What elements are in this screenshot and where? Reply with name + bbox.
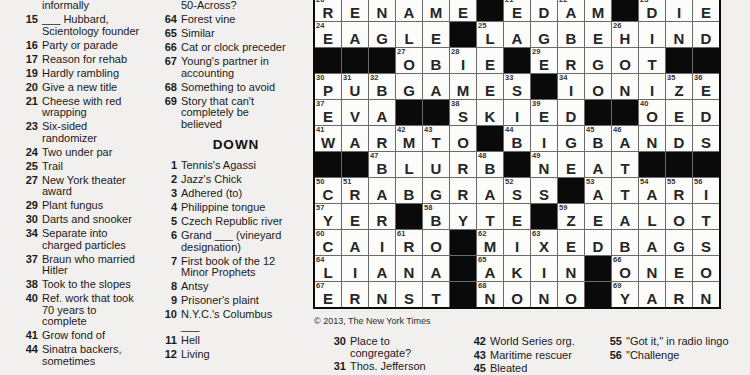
cell-letter: E: [666, 109, 692, 124]
grid-cell[interactable]: R: [666, 282, 692, 307]
grid-cell[interactable]: E: [342, 204, 368, 229]
grid-cell[interactable]: 61R: [396, 230, 422, 255]
cell-letter: I: [450, 57, 476, 72]
grid-cell[interactable]: E: [558, 230, 584, 255]
cell-letter: D: [693, 31, 719, 46]
cell-letter: T: [423, 135, 449, 150]
grid-cell[interactable]: A: [369, 256, 395, 281]
grid-cell[interactable]: 64L: [315, 256, 341, 281]
clue-number: 34: [20, 228, 42, 251]
cell-number: 39: [532, 100, 540, 108]
grid-cell[interactable]: 53A: [585, 178, 611, 203]
cell-letter: R: [666, 291, 692, 306]
clue-text: Czech Republic river: [181, 216, 291, 228]
grid-cell[interactable]: 20R: [315, 0, 341, 21]
grid-cell[interactable]: M: [450, 74, 476, 99]
grid-cell[interactable]: G: [531, 22, 557, 47]
clue-text: Two under par: [42, 147, 142, 159]
grid-cell[interactable]: 33S: [504, 74, 530, 99]
cell-number: 37: [316, 100, 324, 108]
cell-letter: I: [504, 239, 530, 254]
clue-item: 38Took to the slopes: [20, 279, 152, 291]
grid-cell[interactable]: B: [396, 178, 422, 203]
clue-number: 37: [20, 254, 42, 277]
cell-letter: K: [504, 265, 530, 280]
grid-cell[interactable]: E: [504, 204, 530, 229]
grid-cell[interactable]: R: [450, 178, 476, 203]
grid-cell[interactable]: 36E: [693, 74, 719, 99]
grid-cell[interactable]: E: [342, 0, 368, 21]
cell-number: 28: [451, 48, 459, 56]
cell-letter: E: [531, 57, 557, 72]
black-cell: [639, 152, 665, 177]
grid-cell[interactable]: 60C: [315, 230, 341, 255]
clue-item: 31Thos. Jefferson: [328, 361, 442, 373]
clue-number: [20, 0, 42, 12]
clue-item: 24Two under par: [20, 147, 152, 159]
cell-number: 61: [397, 230, 405, 238]
grid-cell[interactable]: G: [666, 230, 692, 255]
cell-letter: E: [477, 57, 503, 72]
cell-number: 25: [478, 22, 486, 30]
clue-text: Cheese with red wrapping: [42, 96, 142, 119]
grid-cell[interactable]: 50C: [315, 178, 341, 203]
grid-cell[interactable]: L: [639, 204, 665, 229]
grid-cell[interactable]: K: [477, 100, 503, 125]
grid-cell[interactable]: G: [369, 22, 395, 47]
grid-cell[interactable]: 65A: [477, 256, 503, 281]
clue-text: Took to the slopes: [42, 279, 142, 291]
black-cell: [504, 152, 530, 177]
crossword-page: informally15___ Hubbard, Scientology fou…: [0, 0, 750, 375]
grid-cell[interactable]: O: [585, 74, 611, 99]
grid-cell[interactable]: E: [585, 204, 611, 229]
clue-number: 30: [328, 336, 350, 359]
grid-cell[interactable]: I: [639, 22, 665, 47]
grid-cell[interactable]: I: [666, 0, 692, 21]
cell-letter: M: [423, 5, 449, 20]
grid-cell[interactable]: A: [423, 256, 449, 281]
grid-cell[interactable]: 42M: [396, 126, 422, 151]
black-cell: [585, 282, 611, 307]
grid-cell[interactable]: I: [342, 256, 368, 281]
cell-number: 34: [559, 74, 567, 82]
grid-cell[interactable]: A: [369, 178, 395, 203]
cell-letter: E: [693, 5, 719, 20]
cell-number: 33: [505, 74, 513, 82]
grid-cell[interactable]: 54A: [639, 178, 665, 203]
grid-cell[interactable]: Y: [450, 204, 476, 229]
clue-item: 55"Got it," in radio lingo: [604, 336, 732, 348]
cell-letter: A: [639, 239, 665, 254]
cell-number: 35: [667, 74, 675, 82]
clue-text: Thos. Jefferson: [350, 361, 442, 373]
grid-cell[interactable]: A: [369, 100, 395, 125]
clue-item: 30Place to congregate?: [328, 336, 442, 359]
grid-cell[interactable]: U: [423, 152, 449, 177]
clue-item: 45Bleated: [468, 363, 592, 375]
grid-cell[interactable]: 37E: [315, 100, 341, 125]
cell-letter: N: [531, 161, 557, 176]
bottom-clues-column-2: 42World Series org.43Maritime rescuer45B…: [468, 336, 592, 375]
grid-cell[interactable]: 58B: [423, 204, 449, 229]
clue-text: Story that can't completely be believed: [181, 96, 291, 131]
cell-letter: R: [342, 187, 368, 202]
grid-cell[interactable]: O: [504, 282, 530, 307]
clue-number: 66: [157, 42, 181, 54]
grid-cell[interactable]: V: [342, 100, 368, 125]
cell-number: 51: [343, 178, 351, 186]
cell-letter: Y: [612, 291, 638, 306]
grid-cell[interactable]: D: [693, 100, 719, 125]
grid-cell[interactable]: 21E: [504, 0, 530, 21]
cell-letter: A: [369, 187, 395, 202]
cell-letter: M: [396, 135, 422, 150]
grid-cell[interactable]: 39E: [531, 100, 557, 125]
grid-cell[interactable]: D: [585, 230, 611, 255]
grid-cell[interactable]: G: [396, 74, 422, 99]
grid-cell[interactable]: A: [504, 22, 530, 47]
grid-cell[interactable]: S: [531, 178, 557, 203]
grid-cell[interactable]: N: [369, 282, 395, 307]
grid-cell[interactable]: 32B: [369, 74, 395, 99]
grid-cell[interactable]: A: [342, 230, 368, 255]
clue-number: 29: [20, 200, 42, 212]
cell-letter: A: [612, 135, 638, 150]
grid-cell[interactable]: 55R: [666, 178, 692, 203]
grid-cell[interactable]: 51R: [342, 178, 368, 203]
clue-item: 69Story that can't completely be believe…: [157, 96, 297, 131]
grid-cell[interactable]: A: [342, 22, 368, 47]
grid-cell[interactable]: N: [369, 0, 395, 21]
grid-cell[interactable]: 62M: [477, 230, 503, 255]
cell-number: 36: [694, 74, 702, 82]
grid-cell[interactable]: 49N: [531, 152, 557, 177]
grid-cell[interactable]: D: [693, 22, 719, 47]
cell-letter: L: [396, 161, 422, 176]
cell-number: 57: [316, 204, 324, 212]
cell-letter: I: [666, 5, 692, 20]
cell-letter: A: [477, 265, 503, 280]
clue-number: 55: [604, 336, 626, 348]
black-cell: [450, 282, 476, 307]
clue-number: 11: [157, 335, 181, 347]
cell-letter: Y: [450, 213, 476, 228]
grid-cell[interactable]: S: [693, 126, 719, 151]
grid-cell[interactable]: E: [666, 100, 692, 125]
clue-item: 67Young's partner in accounting: [157, 56, 297, 79]
grid-cell[interactable]: S: [396, 282, 422, 307]
clue-text: Antsy: [181, 281, 291, 293]
clue-number: 38: [20, 279, 42, 291]
cell-letter: D: [558, 109, 584, 124]
clue-number: 7: [157, 256, 181, 279]
clue-number: 15: [20, 14, 42, 37]
grid-cell[interactable]: 26H: [612, 22, 638, 47]
grid-cell[interactable]: I: [504, 230, 530, 255]
clue-text: Young's partner in accounting: [181, 56, 291, 79]
grid-cell[interactable]: B: [612, 230, 638, 255]
clue-item: 4Philippine tongue: [157, 202, 297, 214]
clue-text: Forest vine: [181, 14, 291, 26]
clue-number: 68: [157, 82, 181, 94]
grid-cell[interactable]: 25L: [477, 22, 503, 47]
grid-cell[interactable]: I: [504, 100, 530, 125]
grid-cell[interactable]: 24E: [315, 22, 341, 47]
grid-cell[interactable]: 35Z: [666, 74, 692, 99]
grid-cell[interactable]: T: [639, 48, 665, 73]
grid-cell[interactable]: 69Y: [612, 282, 638, 307]
grid-cell[interactable]: A: [639, 282, 665, 307]
grid-cell[interactable]: 22A: [558, 0, 584, 21]
clue-text: New York theater award: [42, 175, 142, 198]
clue-number: 8: [157, 281, 181, 293]
clue-number: 19: [20, 68, 42, 80]
cell-letter: N: [369, 5, 395, 20]
grid-cell[interactable]: N: [396, 256, 422, 281]
grid-cell[interactable]: 30P: [315, 74, 341, 99]
cell-letter: E: [315, 109, 341, 124]
grid-cell[interactable]: D: [666, 126, 692, 151]
grid-cell[interactable]: 40O: [639, 100, 665, 125]
cell-letter: B: [585, 135, 611, 150]
clue-number: 10: [157, 309, 181, 332]
cell-letter: R: [450, 161, 476, 176]
grid-cell[interactable]: R: [342, 282, 368, 307]
cell-letter: T: [639, 57, 665, 72]
grid-cell[interactable]: I: [531, 126, 557, 151]
grid-cell[interactable]: N: [531, 282, 557, 307]
grid-cell[interactable]: 56I: [693, 178, 719, 203]
grid-cell[interactable]: 57Y: [315, 204, 341, 229]
grid-cell[interactable]: 43T: [423, 126, 449, 151]
clue-number: 2: [157, 174, 181, 186]
bottom-clues-column-1: 30Place to congregate?31Thos. Jefferson: [328, 336, 442, 375]
cell-letter: G: [585, 57, 611, 72]
grid-cell[interactable]: 47B: [369, 152, 395, 177]
cell-letter: G: [666, 239, 692, 254]
grid-cell[interactable]: K: [504, 256, 530, 281]
cell-letter: A: [369, 109, 395, 124]
clue-item: 34Separate into charged particles: [20, 228, 152, 251]
grid-cell[interactable]: M: [423, 0, 449, 21]
clue-item: 42World Series org.: [468, 336, 592, 348]
cell-letter: C: [315, 239, 341, 254]
grid-cell[interactable]: E: [693, 0, 719, 21]
grid-cell[interactable]: G: [585, 48, 611, 73]
cell-number: 68: [478, 282, 486, 290]
cell-number: 59: [559, 204, 567, 212]
grid-cell[interactable]: 38S: [450, 100, 476, 125]
grid-cell[interactable]: 68N: [477, 282, 503, 307]
clue-text: Philippine tongue: [181, 202, 291, 214]
clue-text: Place to congregate?: [350, 336, 442, 359]
grid-cell[interactable]: D: [531, 0, 557, 21]
cell-letter: A: [396, 5, 422, 20]
black-cell: [450, 230, 476, 255]
cell-letter: E: [315, 291, 341, 306]
grid-cell[interactable]: N: [612, 74, 638, 99]
grid-cell[interactable]: O: [558, 282, 584, 307]
grid-cell[interactable]: B: [558, 22, 584, 47]
grid-cell[interactable]: A: [639, 230, 665, 255]
grid-cell[interactable]: R: [369, 126, 395, 151]
grid-cell[interactable]: A: [423, 74, 449, 99]
cell-letter: D: [531, 5, 557, 20]
cell-letter: O: [396, 57, 422, 72]
cell-letter: E: [423, 31, 449, 46]
grid-cell[interactable]: E: [477, 74, 503, 99]
clue-item: informally: [20, 0, 152, 12]
black-cell: [504, 48, 530, 73]
cell-letter: N: [369, 291, 395, 306]
cell-letter: E: [477, 83, 503, 98]
grid-cell[interactable]: 63X: [531, 230, 557, 255]
cell-number: 48: [478, 152, 486, 160]
grid-cell[interactable]: I: [369, 230, 395, 255]
grid-cell[interactable]: T: [423, 282, 449, 307]
grid-cell[interactable]: 67E: [315, 282, 341, 307]
grid-cell[interactable]: O: [693, 256, 719, 281]
grid-cell[interactable]: 59Z: [558, 204, 584, 229]
grid-cell[interactable]: 45B: [585, 126, 611, 151]
grid-cell[interactable]: T: [612, 178, 638, 203]
clue-item: 12Living: [157, 349, 297, 361]
grid-cell[interactable]: 27O: [396, 48, 422, 73]
grid-cell[interactable]: A: [612, 204, 638, 229]
grid-cell[interactable]: O: [612, 48, 638, 73]
cell-letter: O: [585, 83, 611, 98]
grid-cell[interactable]: I: [639, 74, 665, 99]
grid-cell[interactable]: S: [693, 230, 719, 255]
cell-letter: S: [450, 109, 476, 124]
grid-cell[interactable]: N: [558, 256, 584, 281]
clue-number: 64: [157, 14, 181, 26]
grid-cell[interactable]: 28I: [450, 48, 476, 73]
clue-number: 16: [20, 40, 42, 52]
grid-cell[interactable]: D: [558, 100, 584, 125]
cell-number: 55: [667, 178, 675, 186]
clue-number: 43: [468, 350, 490, 362]
cell-number: 63: [532, 230, 540, 238]
grid-cell[interactable]: R: [369, 204, 395, 229]
cell-number: 64: [316, 256, 324, 264]
cell-letter: N: [666, 31, 692, 46]
grid-cell[interactable]: G: [558, 126, 584, 151]
grid-cell[interactable]: 34I: [558, 74, 584, 99]
grid-cell[interactable]: 29E: [531, 48, 557, 73]
cell-letter: K: [477, 109, 503, 124]
cell-letter: V: [342, 109, 368, 124]
cell-letter: E: [342, 213, 368, 228]
grid-cell[interactable]: 46A: [612, 126, 638, 151]
clue-item: 64Forest vine: [157, 14, 297, 26]
cell-letter: O: [423, 239, 449, 254]
grid-cell[interactable]: I: [531, 256, 557, 281]
grid-cell[interactable]: B: [423, 48, 449, 73]
grid-cell[interactable]: E: [477, 48, 503, 73]
grid-cell[interactable]: A: [342, 126, 368, 151]
cell-letter: I: [531, 135, 557, 150]
grid-cell[interactable]: E: [558, 152, 584, 177]
cell-letter: Z: [666, 83, 692, 98]
black-cell: [396, 204, 422, 229]
cell-letter: C: [315, 187, 341, 202]
grid-cell[interactable]: O: [666, 204, 692, 229]
grid-cell[interactable]: 44B: [504, 126, 530, 151]
clue-text: Plant fungus: [42, 200, 142, 212]
grid-cell[interactable]: N: [666, 22, 692, 47]
cell-letter: I: [693, 187, 719, 202]
cell-number: 67: [316, 282, 324, 290]
cell-letter: A: [639, 187, 665, 202]
clue-text: Hell: [181, 335, 291, 347]
clue-item: 66Cat or clock preceder: [157, 42, 297, 54]
grid-cell[interactable]: M: [585, 0, 611, 21]
cell-letter: A: [585, 187, 611, 202]
grid-cell[interactable]: T: [612, 152, 638, 177]
cell-number: 45: [586, 126, 594, 134]
cell-number: 56: [694, 178, 702, 186]
clue-number: 45: [468, 363, 490, 375]
grid-cell[interactable]: L: [396, 152, 422, 177]
cell-number: 58: [424, 204, 432, 212]
cell-number: 54: [640, 178, 648, 186]
grid-cell[interactable]: N: [639, 126, 665, 151]
grid-cell[interactable]: 31U: [342, 74, 368, 99]
grid-cell[interactable]: A: [396, 0, 422, 21]
grid-cell[interactable]: A: [477, 178, 503, 203]
grid-cell[interactable]: L: [396, 22, 422, 47]
grid-cell[interactable]: 66O: [612, 256, 638, 281]
grid-cell[interactable]: 41W: [315, 126, 341, 151]
clue-number: 4: [157, 202, 181, 214]
cell-letter: E: [558, 161, 584, 176]
grid-cell[interactable]: 52S: [504, 178, 530, 203]
grid-cell[interactable]: E: [423, 22, 449, 47]
cell-letter: N: [693, 291, 719, 306]
grid-cell[interactable]: O: [450, 126, 476, 151]
clue-item: 43Maritime rescuer: [468, 350, 592, 362]
grid-cell[interactable]: R: [558, 48, 584, 73]
grid-cell[interactable]: E: [585, 22, 611, 47]
grid-cell[interactable]: E: [666, 256, 692, 281]
grid-cell[interactable]: T: [477, 204, 503, 229]
clue-text: informally: [42, 0, 142, 12]
clue-number: [157, 0, 181, 12]
cell-letter: D: [585, 239, 611, 254]
grid-cell[interactable]: T: [693, 204, 719, 229]
cell-letter: N: [639, 135, 665, 150]
cell-letter: U: [342, 83, 368, 98]
grid-cell[interactable]: A: [585, 152, 611, 177]
grid-cell[interactable]: G: [423, 178, 449, 203]
grid-cell[interactable]: N: [693, 282, 719, 307]
clue-item: 15___ Hubbard, Scientology founder: [20, 14, 152, 37]
cell-letter: R: [666, 187, 692, 202]
cell-letter: S: [504, 83, 530, 98]
cell-number: 43: [424, 126, 432, 134]
grid-cell[interactable]: E: [450, 0, 476, 21]
grid-cell[interactable]: R: [450, 152, 476, 177]
grid-cell[interactable]: 48B: [477, 152, 503, 177]
clue-text: Hardly rambling: [42, 68, 142, 80]
grid-cell[interactable]: N: [639, 256, 665, 281]
cell-number: 32: [370, 74, 378, 82]
grid-cell[interactable]: O: [423, 230, 449, 255]
grid-cell[interactable]: 23D: [639, 0, 665, 21]
cell-letter: L: [477, 31, 503, 46]
